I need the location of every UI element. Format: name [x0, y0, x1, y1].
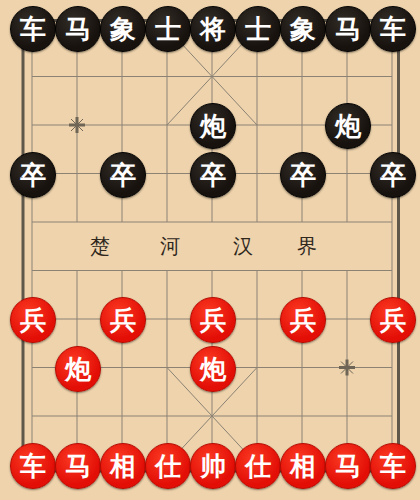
black-soldier[interactable]: 卒 [190, 152, 236, 198]
board-frame [23, 21, 399, 472]
red-chariot[interactable]: 车 [10, 443, 56, 489]
board-grid [0, 0, 420, 500]
xiangqi-board: 楚 河 汉 界 车马象士将士象马车炮炮卒卒卒卒卒兵兵兵兵兵炮炮车马相仕帅仕相马车 [0, 0, 420, 500]
river-label-chu: 楚 [90, 233, 110, 260]
river-label-han: 汉 [233, 233, 253, 260]
black-horse[interactable]: 马 [55, 6, 101, 52]
black-soldier[interactable]: 卒 [280, 152, 326, 198]
red-cannon[interactable]: 炮 [190, 346, 236, 392]
red-general[interactable]: 帅 [190, 443, 236, 489]
black-advisor[interactable]: 士 [235, 6, 281, 52]
xiangqi-app: { "game": "xiangqi", "position": { "fen"… [0, 0, 420, 500]
red-advisor[interactable]: 仕 [145, 443, 191, 489]
red-chariot[interactable]: 车 [370, 443, 416, 489]
black-elephant[interactable]: 象 [100, 6, 146, 52]
red-soldier[interactable]: 兵 [10, 297, 56, 343]
black-soldier[interactable]: 卒 [100, 152, 146, 198]
black-horse[interactable]: 马 [325, 6, 371, 52]
black-advisor[interactable]: 士 [145, 6, 191, 52]
black-cannon[interactable]: 炮 [325, 103, 371, 149]
red-horse[interactable]: 马 [325, 443, 371, 489]
red-soldier[interactable]: 兵 [190, 297, 236, 343]
black-chariot[interactable]: 车 [370, 6, 416, 52]
river-label-jie: 界 [297, 233, 317, 260]
red-soldier[interactable]: 兵 [280, 297, 326, 343]
red-elephant[interactable]: 相 [280, 443, 326, 489]
position-marker-h3 [339, 360, 355, 376]
river-label-he: 河 [160, 233, 180, 260]
black-chariot[interactable]: 车 [10, 6, 56, 52]
red-cannon[interactable]: 炮 [55, 346, 101, 392]
black-soldier[interactable]: 卒 [370, 152, 416, 198]
position-marker-b8 [69, 117, 85, 133]
black-cannon[interactable]: 炮 [190, 103, 236, 149]
file-lines [32, 28, 392, 465]
black-elephant[interactable]: 象 [280, 6, 326, 52]
black-general[interactable]: 将 [190, 6, 236, 52]
red-horse[interactable]: 马 [55, 443, 101, 489]
red-elephant[interactable]: 相 [100, 443, 146, 489]
red-soldier[interactable]: 兵 [370, 297, 416, 343]
black-soldier[interactable]: 卒 [10, 152, 56, 198]
red-soldier[interactable]: 兵 [100, 297, 146, 343]
red-advisor[interactable]: 仕 [235, 443, 281, 489]
